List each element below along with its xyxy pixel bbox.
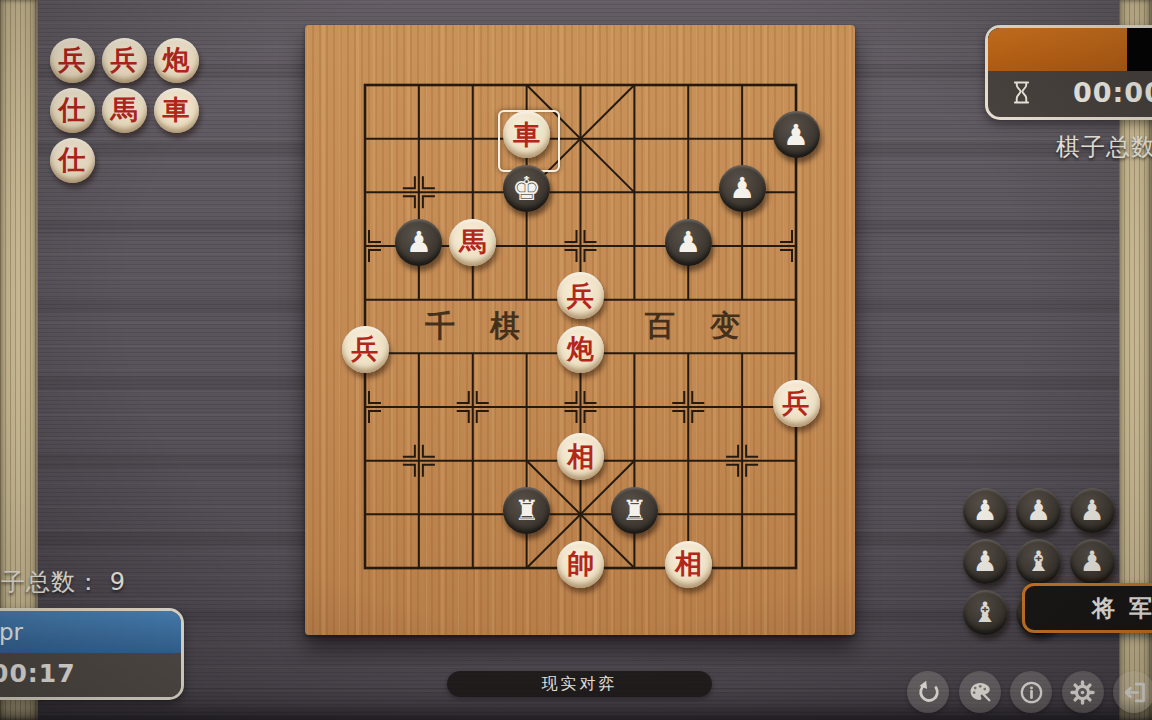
pieces-layer: 車馬兵兵炮兵相帥相♟♚♟♟♟♜♜ (305, 25, 855, 635)
game-mode-button[interactable]: 现实对弈 (447, 671, 712, 697)
captured-black-bishop: ♝ (963, 590, 1008, 635)
captured-black-pawn: ♟ (963, 488, 1008, 533)
black-rook[interactable]: ♜ (611, 487, 658, 534)
captured-black-pawn: ♟ (1070, 539, 1115, 584)
red-elephant[interactable]: 相 (557, 433, 604, 480)
red-pawn[interactable]: 兵 (342, 326, 389, 373)
opponent-progress-fill (988, 28, 1127, 71)
exit-icon[interactable] (1113, 671, 1152, 713)
captured-red-仕: 仕 (50, 138, 95, 183)
captured-red-兵: 兵 (102, 38, 147, 83)
opponent-progress-track (988, 28, 1152, 71)
red-king[interactable]: 帥 (557, 541, 604, 588)
black-pawn[interactable]: ♟ (395, 219, 442, 266)
captured-red-炮: 炮 (154, 38, 199, 83)
xiangqi-board[interactable]: 千棋 百变 車馬兵兵炮兵相帥相♟♚♟♟♟♜♜ (305, 25, 855, 635)
red-elephant[interactable]: 相 (665, 541, 712, 588)
undo-icon[interactable] (907, 671, 949, 713)
player-time: 00:17 (0, 653, 181, 697)
black-pawn[interactable]: ♟ (719, 165, 766, 212)
captured-black-pawn: ♟ (963, 539, 1008, 584)
red-cannon[interactable]: 炮 (557, 326, 604, 373)
captured-black-pawn: ♟ (1016, 488, 1061, 533)
settings-icon[interactable] (1062, 671, 1104, 713)
hourglass-icon (1012, 80, 1031, 105)
palette-icon[interactable] (959, 671, 1001, 713)
player-piece-count-label: 棋子总数： 9 (0, 566, 126, 598)
red-horse[interactable]: 馬 (449, 219, 496, 266)
opponent-time: 00:00 (1073, 77, 1152, 108)
captured-black-bishop: ♝ (1016, 539, 1061, 584)
captured-red-車: 車 (154, 88, 199, 133)
black-rook[interactable]: ♜ (503, 487, 550, 534)
captured-red-馬: 馬 (102, 88, 147, 133)
move-from-marker (339, 113, 391, 165)
red-pawn[interactable]: 兵 (773, 380, 820, 427)
red-pawn[interactable]: 兵 (557, 272, 604, 319)
red-chariot[interactable]: 車 (503, 111, 550, 158)
info-icon[interactable] (1010, 671, 1052, 713)
opponent-timer-panel: 00:00 (985, 25, 1152, 120)
player-name: pr (0, 611, 181, 653)
opponent-piece-count-label: 棋子总数 (1056, 131, 1152, 163)
black-pawn[interactable]: ♟ (773, 111, 820, 158)
black-pawn[interactable]: ♟ (665, 219, 712, 266)
captured-black-pawn: ♟ (1070, 488, 1115, 533)
captured-red-仕: 仕 (50, 88, 95, 133)
captured-red-兵: 兵 (50, 38, 95, 83)
check-banner: 将军 (1022, 583, 1152, 633)
player-timer-panel: pr 00:17 (0, 608, 184, 700)
xiangqi-game-screen: 千棋 百变 車馬兵兵炮兵相帥相♟♚♟♟♟♜♜ 兵兵炮仕馬車仕 ♟♟♟♟♝♟♝♟ … (0, 0, 1152, 720)
black-king[interactable]: ♚ (503, 165, 550, 212)
